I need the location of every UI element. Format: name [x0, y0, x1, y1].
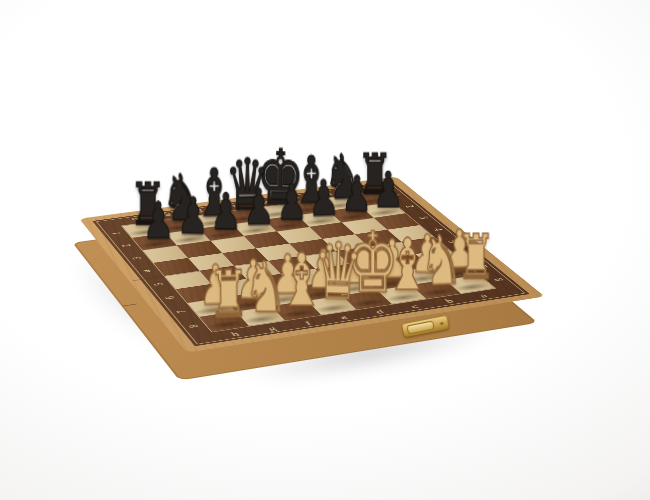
photo-stage: hgfedcba hgfedcba 12345678 12345678 ♜♞♝♛…: [0, 0, 650, 500]
rank-label-left-2: 2: [105, 239, 146, 252]
rank-label-left-3: 3: [115, 251, 157, 265]
white-knight-g8: ♞: [243, 251, 287, 321]
white-rook-h8: ♜: [208, 262, 249, 327]
rank-label-left-1: 1: [95, 227, 136, 240]
rank-label-right-1: 1: [376, 189, 416, 201]
